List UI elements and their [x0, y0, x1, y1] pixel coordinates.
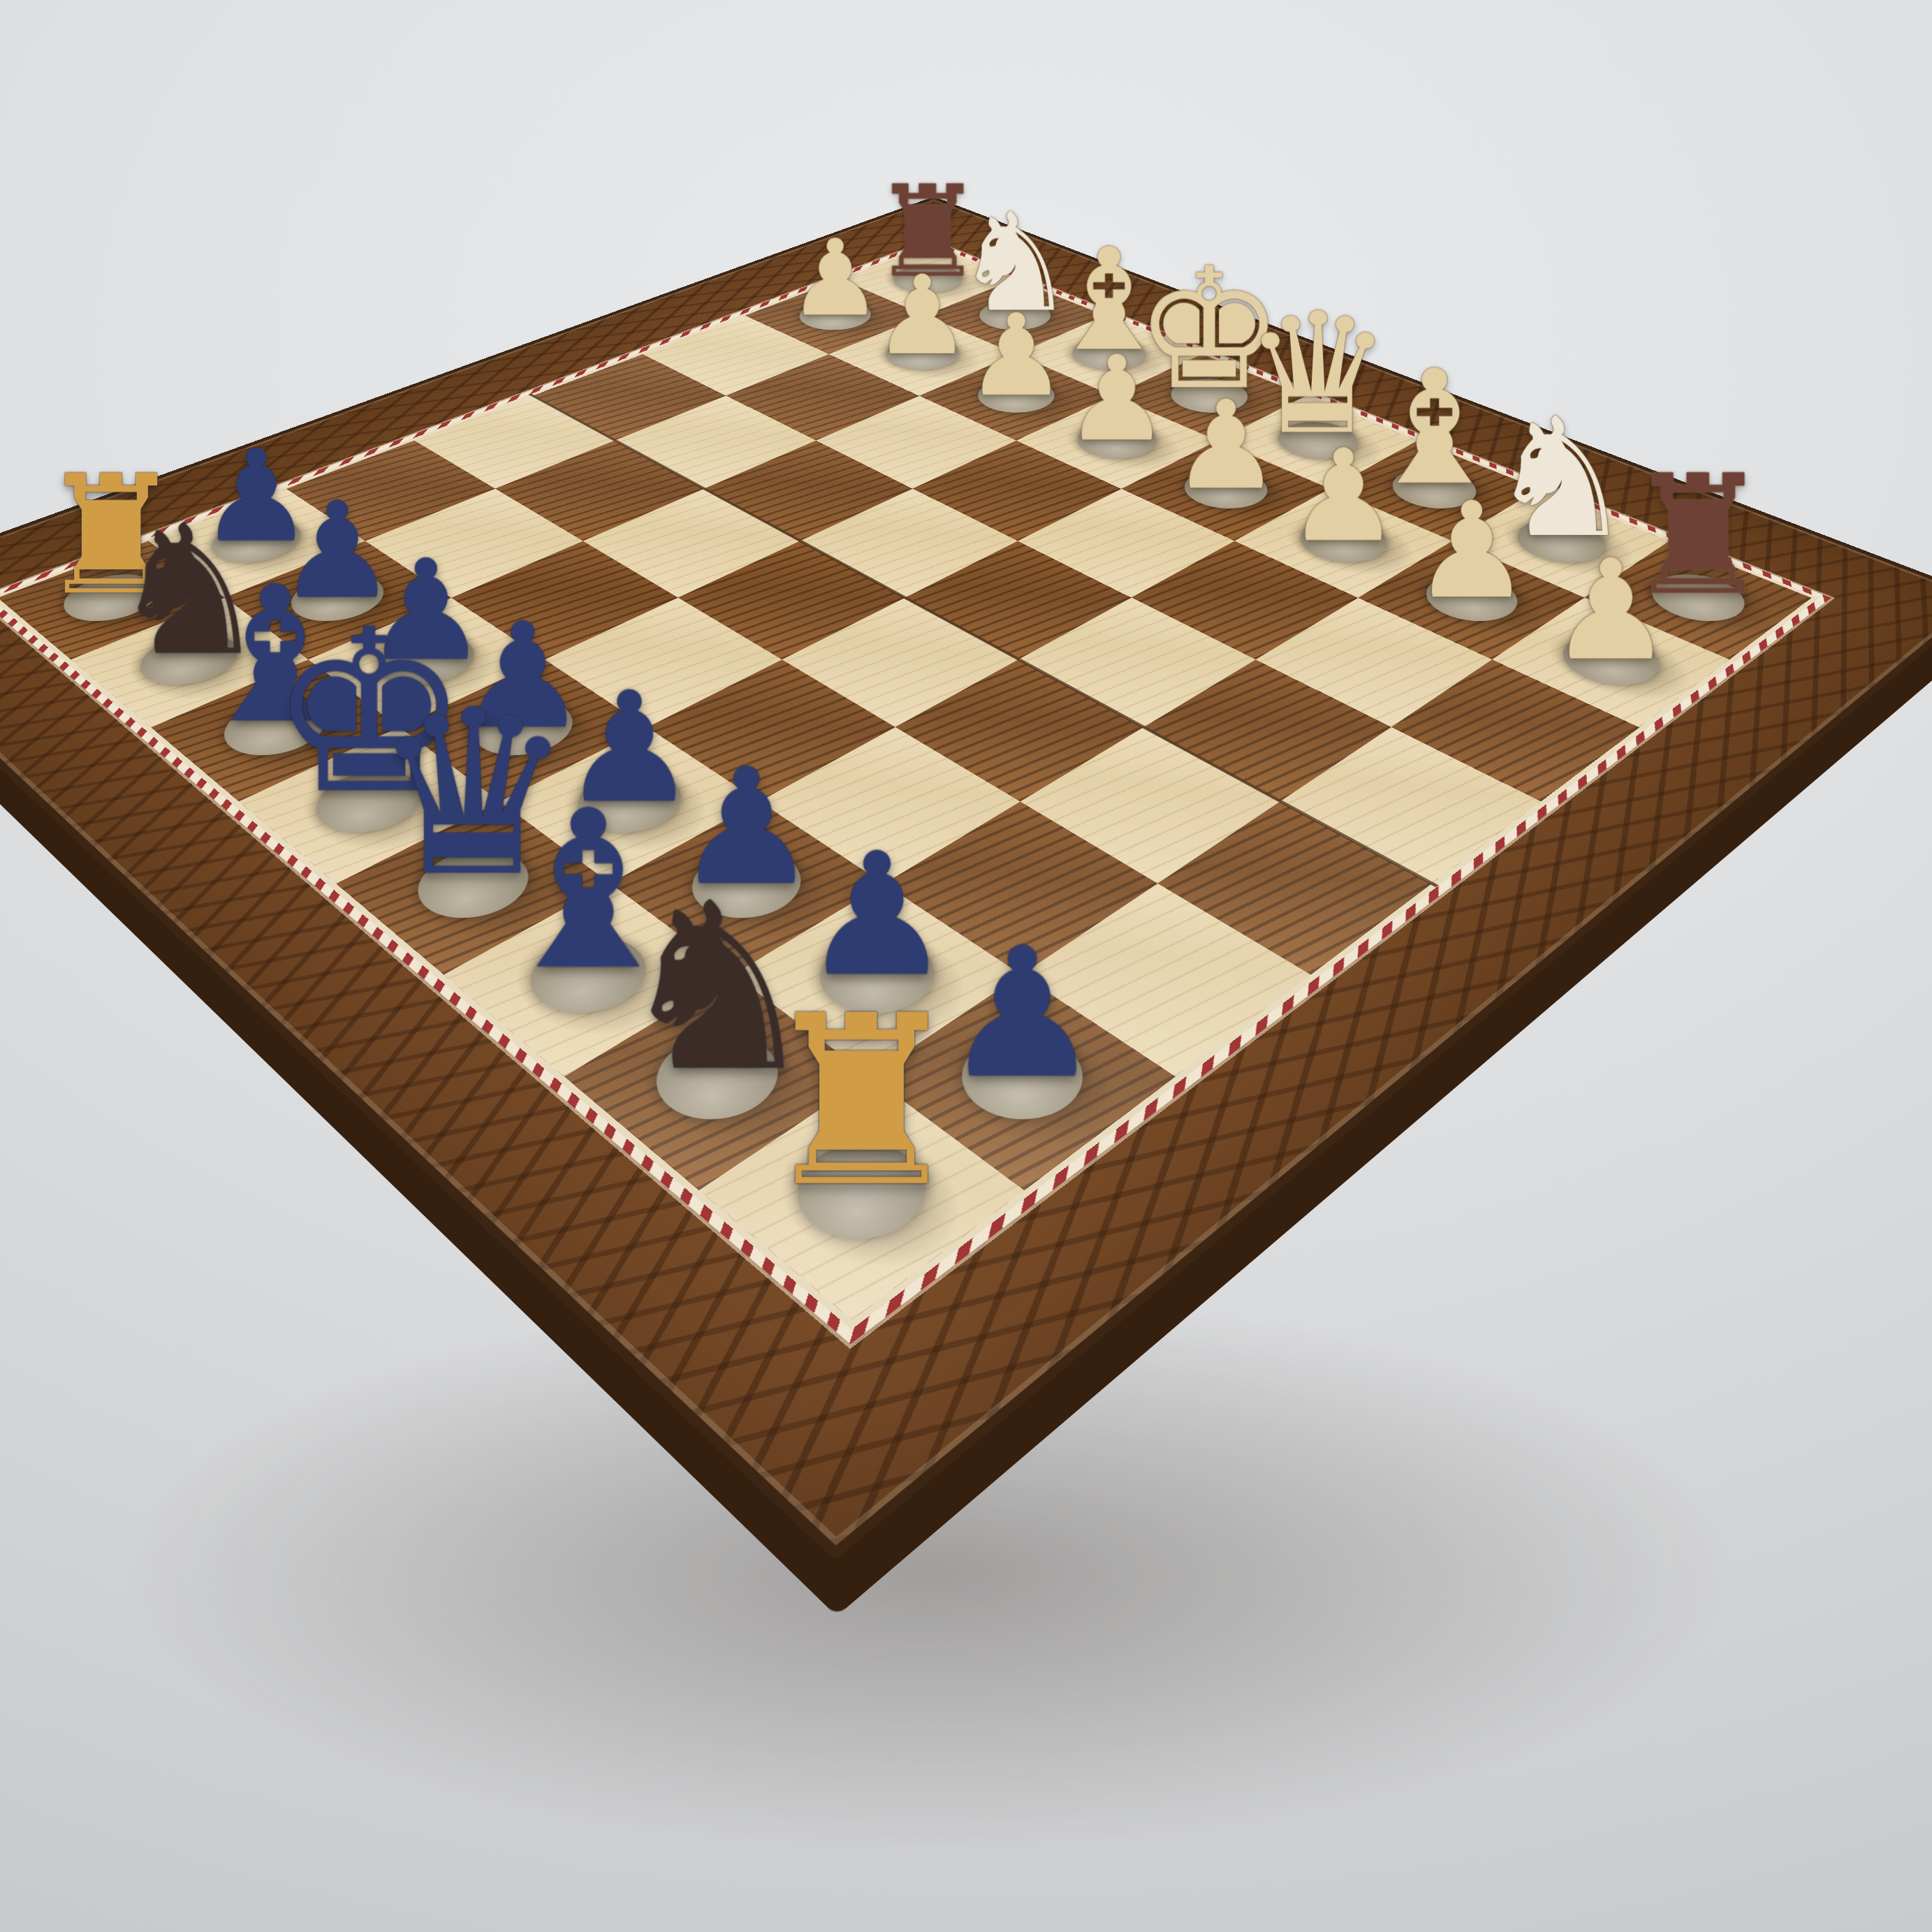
scene: ♜♞♝♚♛♝♞♜♟♟♟♟♟♟♟♟♟♟♟♟♟♟♟♟♜♞♝♚♛♝♞♜ — [0, 0, 1932, 1932]
board-frame: ♜♞♝♚♛♝♞♜♟♟♟♟♟♟♟♟♟♟♟♟♟♟♟♟♜♞♝♚♛♝♞♜ — [0, 196, 1932, 1560]
board-grid[interactable]: ♜♞♝♚♛♝♞♜♟♟♟♟♟♟♟♟♟♟♟♟♟♟♟♟♜♞♝♚♛♝♞♜ — [0, 246, 1811, 1320]
square-a8[interactable]: ♜ — [699, 1076, 1023, 1319]
chess-board: ♜♞♝♚♛♝♞♜♟♟♟♟♟♟♟♟♟♟♟♟♟♟♟♟♜♞♝♚♛♝♞♜ — [0, 196, 1932, 1560]
stripe-border: ♜♞♝♚♛♝♞♜♟♟♟♟♟♟♟♟♟♟♟♟♟♟♟♟♜♞♝♚♛♝♞♜ — [0, 240, 1831, 1344]
rook-glyph: ♜ — [691, 984, 1032, 1219]
